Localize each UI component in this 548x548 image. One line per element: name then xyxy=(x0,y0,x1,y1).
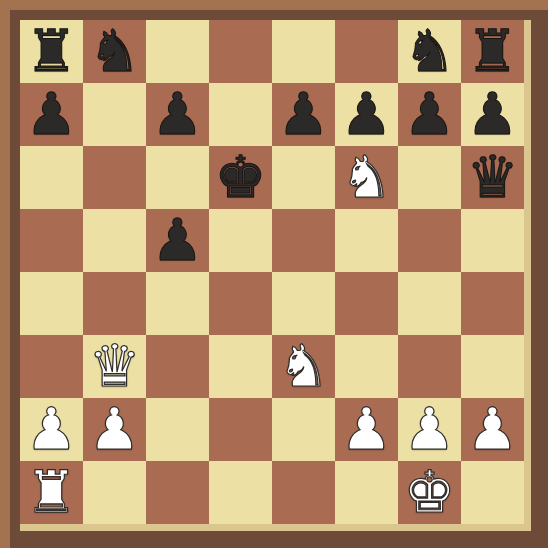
square-f5[interactable] xyxy=(335,209,398,272)
black-queen-h6[interactable]: ♛ xyxy=(467,146,519,209)
square-a8[interactable]: ♜ xyxy=(20,20,83,83)
square-h1[interactable] xyxy=(461,461,524,524)
board-frame-inner: ♜♞♞♜♟♟♟♟♟♟♚♞♛♟♛♞♟♟♟♟♟♜♚ xyxy=(10,10,548,548)
black-pawn-e7[interactable]: ♟ xyxy=(278,83,330,146)
black-pawn-f7[interactable]: ♟ xyxy=(341,83,393,146)
black-pawn-h7[interactable]: ♟ xyxy=(467,83,519,146)
square-h4[interactable] xyxy=(461,272,524,335)
square-d2[interactable] xyxy=(209,398,272,461)
square-d3[interactable] xyxy=(209,335,272,398)
black-knight-b8[interactable]: ♞ xyxy=(89,20,141,83)
square-e1[interactable] xyxy=(272,461,335,524)
square-e7[interactable]: ♟ xyxy=(272,83,335,146)
white-rook-a1[interactable]: ♜ xyxy=(26,461,78,524)
square-c6[interactable] xyxy=(146,146,209,209)
square-b8[interactable]: ♞ xyxy=(83,20,146,83)
square-b2[interactable]: ♟ xyxy=(83,398,146,461)
square-b3[interactable]: ♛ xyxy=(83,335,146,398)
square-a1[interactable]: ♜ xyxy=(20,461,83,524)
white-knight-e3[interactable]: ♞ xyxy=(278,335,330,398)
square-c3[interactable] xyxy=(146,335,209,398)
square-h5[interactable] xyxy=(461,209,524,272)
square-g5[interactable] xyxy=(398,209,461,272)
square-h6[interactable]: ♛ xyxy=(461,146,524,209)
black-pawn-a7[interactable]: ♟ xyxy=(26,83,78,146)
square-f3[interactable] xyxy=(335,335,398,398)
square-e6[interactable] xyxy=(272,146,335,209)
black-rook-a8[interactable]: ♜ xyxy=(26,20,78,83)
square-g4[interactable] xyxy=(398,272,461,335)
square-c4[interactable] xyxy=(146,272,209,335)
square-d7[interactable] xyxy=(209,83,272,146)
square-h7[interactable]: ♟ xyxy=(461,83,524,146)
square-g2[interactable]: ♟ xyxy=(398,398,461,461)
square-f8[interactable] xyxy=(335,20,398,83)
white-pawn-h2[interactable]: ♟ xyxy=(467,398,519,461)
square-d4[interactable] xyxy=(209,272,272,335)
square-f2[interactable]: ♟ xyxy=(335,398,398,461)
square-d5[interactable] xyxy=(209,209,272,272)
square-b4[interactable] xyxy=(83,272,146,335)
square-b1[interactable] xyxy=(83,461,146,524)
square-h3[interactable] xyxy=(461,335,524,398)
square-a7[interactable]: ♟ xyxy=(20,83,83,146)
black-pawn-c5[interactable]: ♟ xyxy=(152,209,204,272)
square-e2[interactable] xyxy=(272,398,335,461)
black-rook-h8[interactable]: ♜ xyxy=(467,20,519,83)
white-pawn-a2[interactable]: ♟ xyxy=(26,398,78,461)
square-h8[interactable]: ♜ xyxy=(461,20,524,83)
square-b7[interactable] xyxy=(83,83,146,146)
white-pawn-b2[interactable]: ♟ xyxy=(89,398,141,461)
square-e8[interactable] xyxy=(272,20,335,83)
white-pawn-f2[interactable]: ♟ xyxy=(341,398,393,461)
square-b6[interactable] xyxy=(83,146,146,209)
square-f4[interactable] xyxy=(335,272,398,335)
square-g6[interactable] xyxy=(398,146,461,209)
square-b5[interactable] xyxy=(83,209,146,272)
square-c1[interactable] xyxy=(146,461,209,524)
square-d8[interactable] xyxy=(209,20,272,83)
square-a6[interactable] xyxy=(20,146,83,209)
square-g8[interactable]: ♞ xyxy=(398,20,461,83)
square-c2[interactable] xyxy=(146,398,209,461)
chess-board[interactable]: ♜♞♞♜♟♟♟♟♟♟♚♞♛♟♛♞♟♟♟♟♟♜♚ xyxy=(20,20,531,531)
square-g1[interactable]: ♚ xyxy=(398,461,461,524)
square-f7[interactable]: ♟ xyxy=(335,83,398,146)
black-king-d6[interactable]: ♚ xyxy=(215,146,267,209)
board-frame-outer: ♜♞♞♜♟♟♟♟♟♟♚♞♛♟♛♞♟♟♟♟♟♜♚ xyxy=(0,0,548,548)
square-e4[interactable] xyxy=(272,272,335,335)
square-h2[interactable]: ♟ xyxy=(461,398,524,461)
square-g7[interactable]: ♟ xyxy=(398,83,461,146)
square-c7[interactable]: ♟ xyxy=(146,83,209,146)
square-a2[interactable]: ♟ xyxy=(20,398,83,461)
black-pawn-c7[interactable]: ♟ xyxy=(152,83,204,146)
white-knight-f6[interactable]: ♞ xyxy=(341,146,393,209)
square-c5[interactable]: ♟ xyxy=(146,209,209,272)
square-f1[interactable] xyxy=(335,461,398,524)
square-c8[interactable] xyxy=(146,20,209,83)
white-pawn-g2[interactable]: ♟ xyxy=(404,398,456,461)
square-a4[interactable] xyxy=(20,272,83,335)
square-f6[interactable]: ♞ xyxy=(335,146,398,209)
white-king-g1[interactable]: ♚ xyxy=(404,461,456,524)
square-a3[interactable] xyxy=(20,335,83,398)
square-d6[interactable]: ♚ xyxy=(209,146,272,209)
square-g3[interactable] xyxy=(398,335,461,398)
black-pawn-g7[interactable]: ♟ xyxy=(404,83,456,146)
black-knight-g8[interactable]: ♞ xyxy=(404,20,456,83)
square-d1[interactable] xyxy=(209,461,272,524)
square-e5[interactable] xyxy=(272,209,335,272)
square-a5[interactable] xyxy=(20,209,83,272)
square-e3[interactable]: ♞ xyxy=(272,335,335,398)
white-queen-b3[interactable]: ♛ xyxy=(89,335,141,398)
